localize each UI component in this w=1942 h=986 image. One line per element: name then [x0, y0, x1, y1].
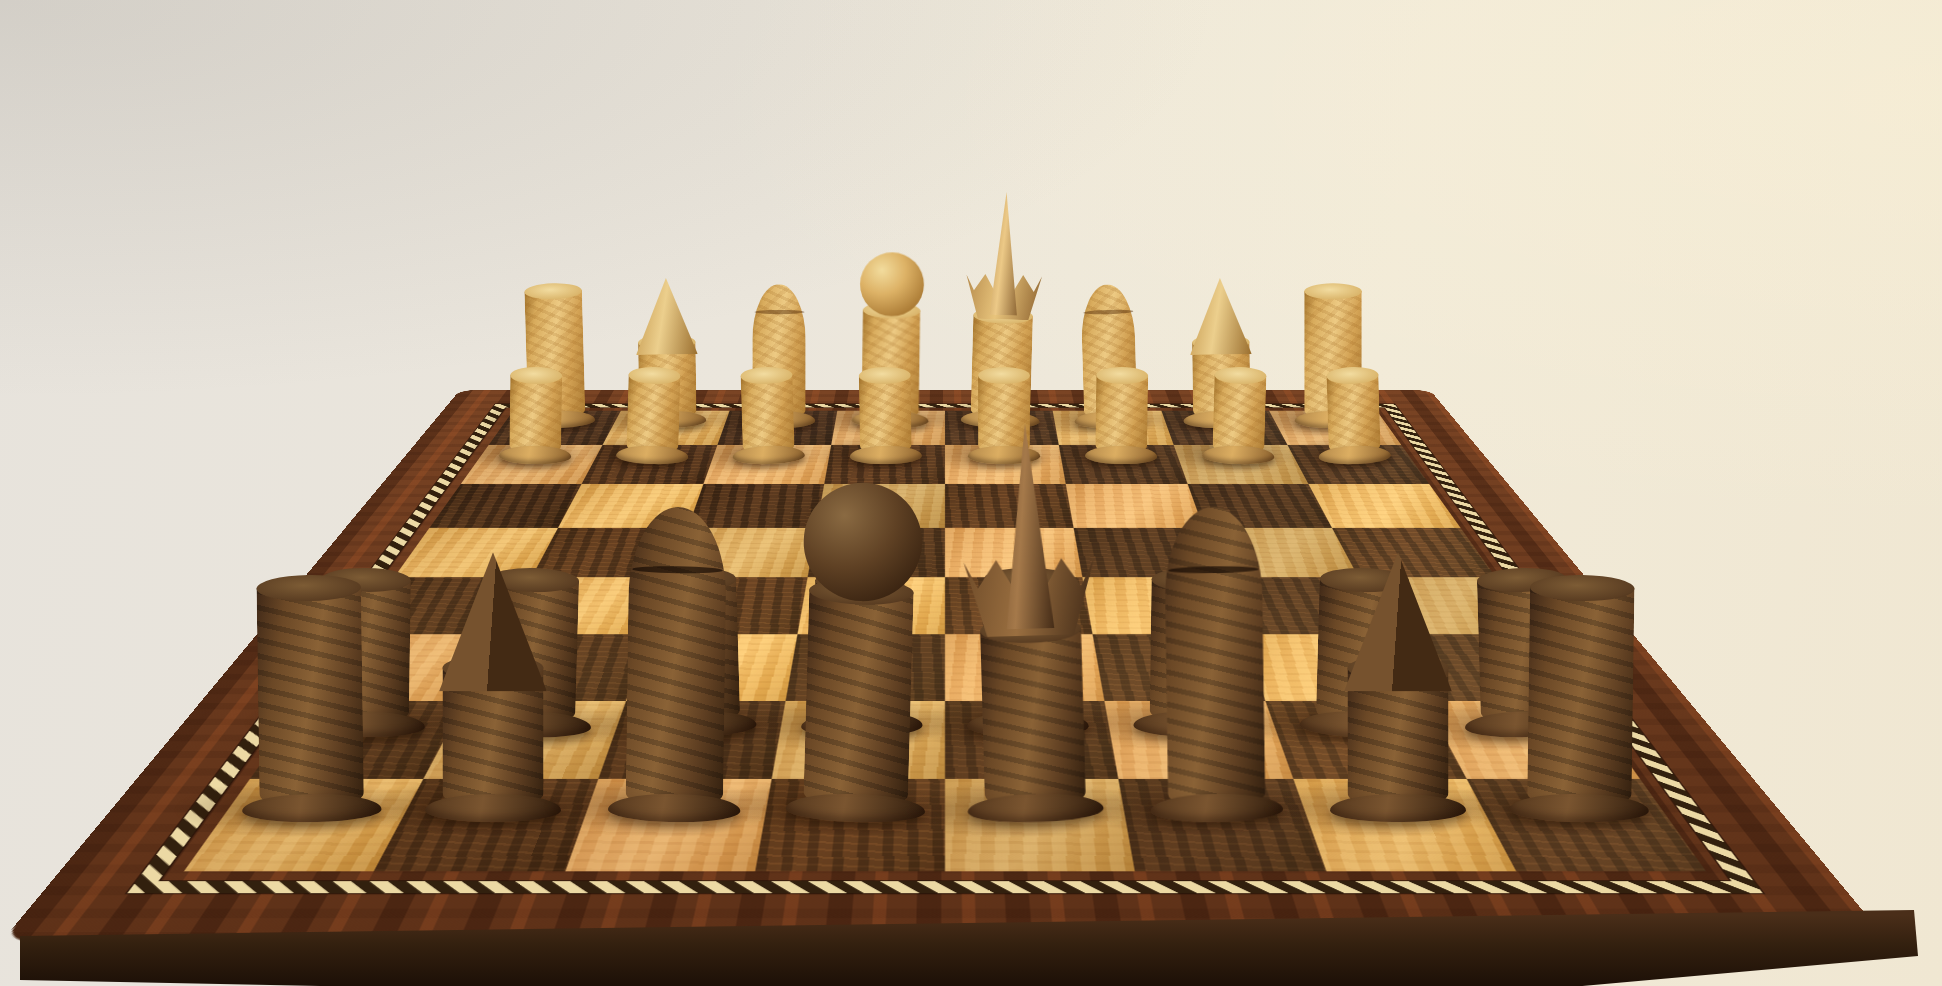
light-pawn[interactable]	[849, 374, 922, 464]
light-pawn[interactable]	[1202, 374, 1277, 465]
dark-bishop[interactable]	[1146, 506, 1283, 823]
dark-queen[interactable]	[785, 481, 934, 824]
board-square[interactable]	[430, 484, 582, 528]
light-pawn[interactable]	[499, 374, 572, 464]
light-pawn[interactable]	[1317, 374, 1392, 465]
dark-king[interactable]	[957, 421, 1104, 823]
scene	[0, 0, 1942, 986]
board-square[interactable]	[1308, 484, 1460, 528]
light-pawn[interactable]	[731, 374, 806, 465]
dark-rook[interactable]	[1509, 586, 1651, 823]
light-pawn[interactable]	[1085, 374, 1158, 464]
light-pawn[interactable]	[616, 374, 691, 465]
